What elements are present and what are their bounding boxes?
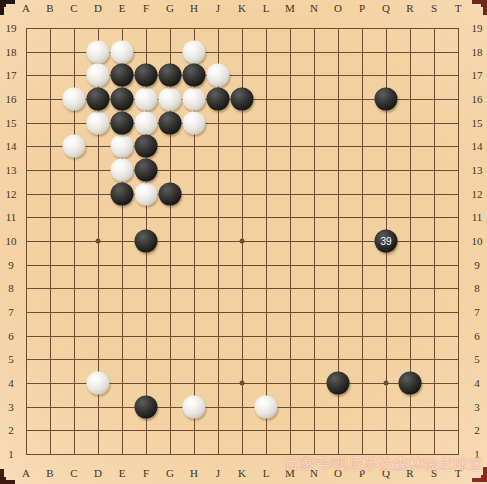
coord-label-left: 13 [6, 164, 17, 176]
coord-label-top: R [406, 2, 413, 14]
grid-line [458, 28, 459, 455]
coord-label-right: 13 [472, 164, 483, 176]
coord-label-top: S [431, 2, 437, 14]
stone-D4-white [87, 372, 110, 395]
coord-label-right: 8 [474, 282, 480, 294]
coord-label-left: 3 [8, 401, 14, 413]
coord-label-top: M [285, 2, 295, 14]
coord-label-right: 10 [472, 235, 483, 247]
stone-C14-white [63, 135, 86, 158]
coord-label-bottom: D [94, 467, 102, 479]
grid-line [26, 288, 459, 289]
coord-label-top: T [455, 2, 462, 14]
coord-label-right: 3 [474, 401, 480, 413]
coord-label-right: 7 [474, 306, 480, 318]
coord-label-left: 7 [8, 306, 14, 318]
coord-label-right: 4 [474, 377, 480, 389]
coord-label-right: 19 [472, 22, 483, 34]
coord-label-right: 17 [472, 69, 483, 81]
go-board-app: AABBCCDDEEFFGGHHJJKKLLMMNNOOPPQQRRSSTT19… [0, 0, 487, 484]
coord-label-top: G [166, 2, 174, 14]
corner-fret-icon-top-left [0, 0, 17, 17]
stone-G12-black [159, 182, 182, 205]
stone-H17-black [183, 64, 206, 87]
coord-label-left: 11 [6, 211, 17, 223]
coord-label-left: 10 [6, 235, 17, 247]
coord-label-top: J [216, 2, 220, 14]
stone-E14-white [111, 135, 134, 158]
coord-label-top: B [46, 2, 53, 14]
grid-line [26, 430, 459, 431]
coord-label-top: A [22, 2, 30, 14]
stone-O4-black [327, 372, 350, 395]
coord-label-right: 14 [472, 140, 483, 152]
stone-E16-black [111, 88, 134, 111]
watermark: 百家号/明尼苏达森林狼老球迷 [284, 455, 483, 474]
grid-line [266, 28, 267, 455]
coord-label-top: H [190, 2, 198, 14]
star-point-D10 [96, 239, 101, 244]
corner-fret-icon-top-right [470, 0, 487, 17]
coord-label-right: 2 [474, 424, 480, 436]
stone-F10-black [135, 230, 158, 253]
stone-C16-white [63, 88, 86, 111]
coord-label-left: 6 [8, 330, 14, 342]
stone-G15-black [159, 111, 182, 134]
coord-label-top: L [263, 2, 270, 14]
coord-label-right: 16 [472, 93, 483, 105]
coord-label-right: 12 [472, 188, 483, 200]
coord-label-right: 5 [474, 353, 480, 365]
grid-line [26, 359, 459, 360]
stone-F3-black [135, 395, 158, 418]
stone-K16-black [231, 88, 254, 111]
stone-D15-white [87, 111, 110, 134]
stone-E15-black [111, 111, 134, 134]
coord-label-bottom: B [46, 467, 53, 479]
grid-line [26, 407, 459, 408]
coord-label-left: 5 [8, 353, 14, 365]
coord-label-left: 12 [6, 188, 17, 200]
stone-F15-white [135, 111, 158, 134]
grid-line [314, 28, 315, 455]
coord-label-bottom: L [263, 467, 270, 479]
stone-F13-black [135, 159, 158, 182]
stone-R4-black [399, 372, 422, 395]
coord-label-right: 6 [474, 330, 480, 342]
coord-label-left: 8 [8, 282, 14, 294]
stone-F12-white [135, 182, 158, 205]
coord-label-top: E [119, 2, 126, 14]
grid-line [26, 265, 459, 266]
coord-label-top: C [70, 2, 77, 14]
coord-label-left: 4 [8, 377, 14, 389]
stone-D17-white [87, 64, 110, 87]
stone-J17-white [207, 64, 230, 87]
coord-label-bottom: G [166, 467, 174, 479]
stone-H16-white [183, 88, 206, 111]
stone-J16-black [207, 88, 230, 111]
stone-H15-white [183, 111, 206, 134]
coord-label-left: 14 [6, 140, 17, 152]
coord-label-left: 17 [6, 69, 17, 81]
coord-label-bottom: F [143, 467, 149, 479]
coord-label-left: 19 [6, 22, 17, 34]
coord-label-bottom: C [70, 467, 77, 479]
coord-label-top: O [334, 2, 342, 14]
coord-label-bottom: H [190, 467, 198, 479]
stone-H3-white [183, 395, 206, 418]
star-point-K10 [240, 239, 245, 244]
coord-label-bottom: A [22, 467, 30, 479]
stone-G17-black [159, 64, 182, 87]
grid-line [290, 28, 291, 455]
star-point-Q4 [384, 381, 389, 386]
stone-F17-black [135, 64, 158, 87]
coord-label-top: K [238, 2, 246, 14]
coord-label-left: 15 [6, 117, 17, 129]
coord-label-top: N [310, 2, 318, 14]
coord-label-top: P [359, 2, 365, 14]
coord-label-left: 1 [8, 448, 14, 460]
coord-label-left: 2 [8, 424, 14, 436]
coord-label-right: 15 [472, 117, 483, 129]
grid-line [362, 28, 363, 455]
coord-label-top: F [143, 2, 149, 14]
coord-label-bottom: K [238, 467, 246, 479]
star-point-K4 [240, 381, 245, 386]
stone-E18-white [111, 40, 134, 63]
stone-D16-black [87, 88, 110, 111]
coord-label-left: 9 [8, 259, 14, 271]
coord-label-bottom: E [119, 467, 126, 479]
stone-D18-white [87, 40, 110, 63]
grid-line [26, 336, 459, 337]
coord-label-left: 16 [6, 93, 17, 105]
stone-F14-black [135, 135, 158, 158]
stone-Q16-black [375, 88, 398, 111]
coord-label-right: 11 [472, 211, 483, 223]
coord-label-right: 9 [474, 259, 480, 271]
stone-H18-white [183, 40, 206, 63]
corner-fret-icon-bottom-left [0, 467, 17, 484]
stone-E12-black [111, 182, 134, 205]
stone-E17-black [111, 64, 134, 87]
coord-label-bottom: J [216, 467, 220, 479]
move-number-label: 39 [375, 230, 398, 253]
coord-label-top: Q [382, 2, 390, 14]
stone-G16-white [159, 88, 182, 111]
grid-line [26, 312, 459, 313]
stone-E13-white [111, 159, 134, 182]
grid-line [434, 28, 435, 455]
coord-label-left: 18 [6, 46, 17, 58]
stone-L3-white [255, 395, 278, 418]
stone-F16-white [135, 88, 158, 111]
stone-Q10-black: 39 [375, 230, 398, 253]
coord-label-right: 18 [472, 46, 483, 58]
coord-label-top: D [94, 2, 102, 14]
